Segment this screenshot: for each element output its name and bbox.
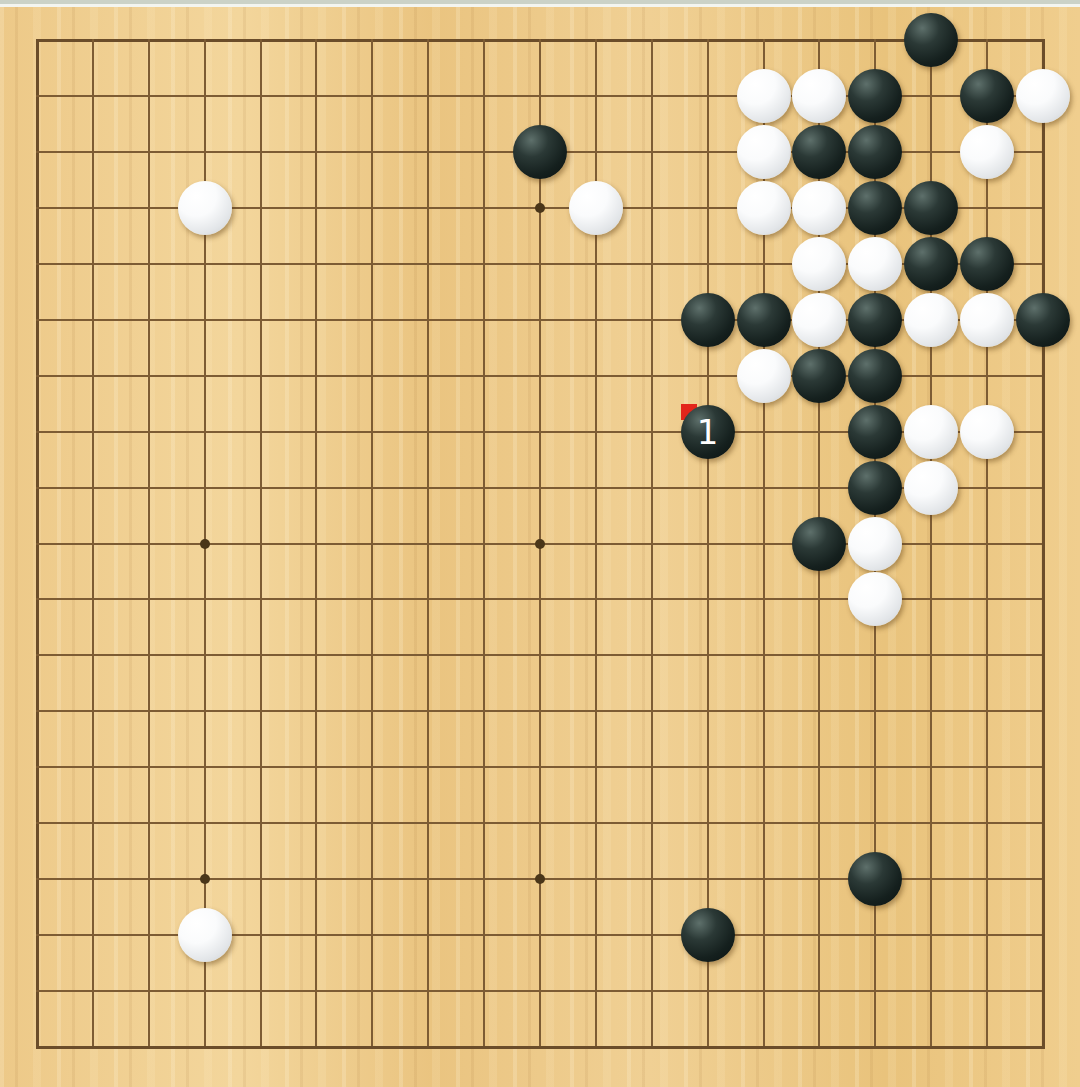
black-stone	[848, 181, 902, 235]
star-point	[535, 874, 545, 884]
grid-line	[36, 766, 1045, 768]
black-stone	[848, 461, 902, 515]
black-stone	[904, 237, 958, 291]
grid-line	[707, 39, 709, 1049]
grid-line	[651, 39, 653, 1049]
white-stone	[178, 181, 232, 235]
black-stone	[960, 69, 1014, 123]
black-stone	[513, 125, 567, 179]
star-point	[535, 539, 545, 549]
black-stone	[904, 181, 958, 235]
white-stone	[737, 125, 791, 179]
grid-line	[36, 654, 1045, 656]
black-stone	[848, 852, 902, 906]
grid-line	[36, 710, 1045, 712]
grid-line	[1042, 39, 1045, 1049]
white-stone	[792, 293, 846, 347]
white-stone	[792, 69, 846, 123]
white-stone	[569, 181, 623, 235]
white-stone	[792, 181, 846, 235]
white-stone	[904, 405, 958, 459]
grid-line	[986, 39, 988, 1049]
grid-line	[36, 1046, 1045, 1049]
black-stone	[848, 349, 902, 403]
black-stone	[960, 237, 1014, 291]
black-stone	[792, 349, 846, 403]
white-stone	[848, 237, 902, 291]
white-stone	[792, 237, 846, 291]
white-stone	[737, 69, 791, 123]
black-stone	[792, 517, 846, 571]
white-stone	[960, 293, 1014, 347]
white-stone	[960, 405, 1014, 459]
white-stone	[848, 517, 902, 571]
move-number-label: 1	[681, 405, 735, 459]
grid-line	[36, 990, 1045, 992]
star-point	[200, 539, 210, 549]
go-app-screen: 1	[0, 0, 1080, 1087]
white-stone	[737, 181, 791, 235]
black-stone	[848, 293, 902, 347]
black-stone	[848, 69, 902, 123]
black-stone	[1016, 293, 1070, 347]
white-stone	[848, 572, 902, 626]
black-stone	[737, 293, 791, 347]
star-point	[200, 874, 210, 884]
grid-line	[36, 822, 1045, 824]
window-top-edge-highlight	[0, 4, 1080, 7]
white-stone	[904, 461, 958, 515]
black-stone	[681, 908, 735, 962]
white-stone	[178, 908, 232, 962]
black-stone	[904, 13, 958, 67]
white-stone	[904, 293, 958, 347]
black-stone	[848, 405, 902, 459]
black-stone	[792, 125, 846, 179]
white-stone	[960, 125, 1014, 179]
star-point	[535, 203, 545, 213]
white-stone	[1016, 69, 1070, 123]
black-stone	[681, 293, 735, 347]
black-stone	[848, 125, 902, 179]
white-stone	[737, 349, 791, 403]
